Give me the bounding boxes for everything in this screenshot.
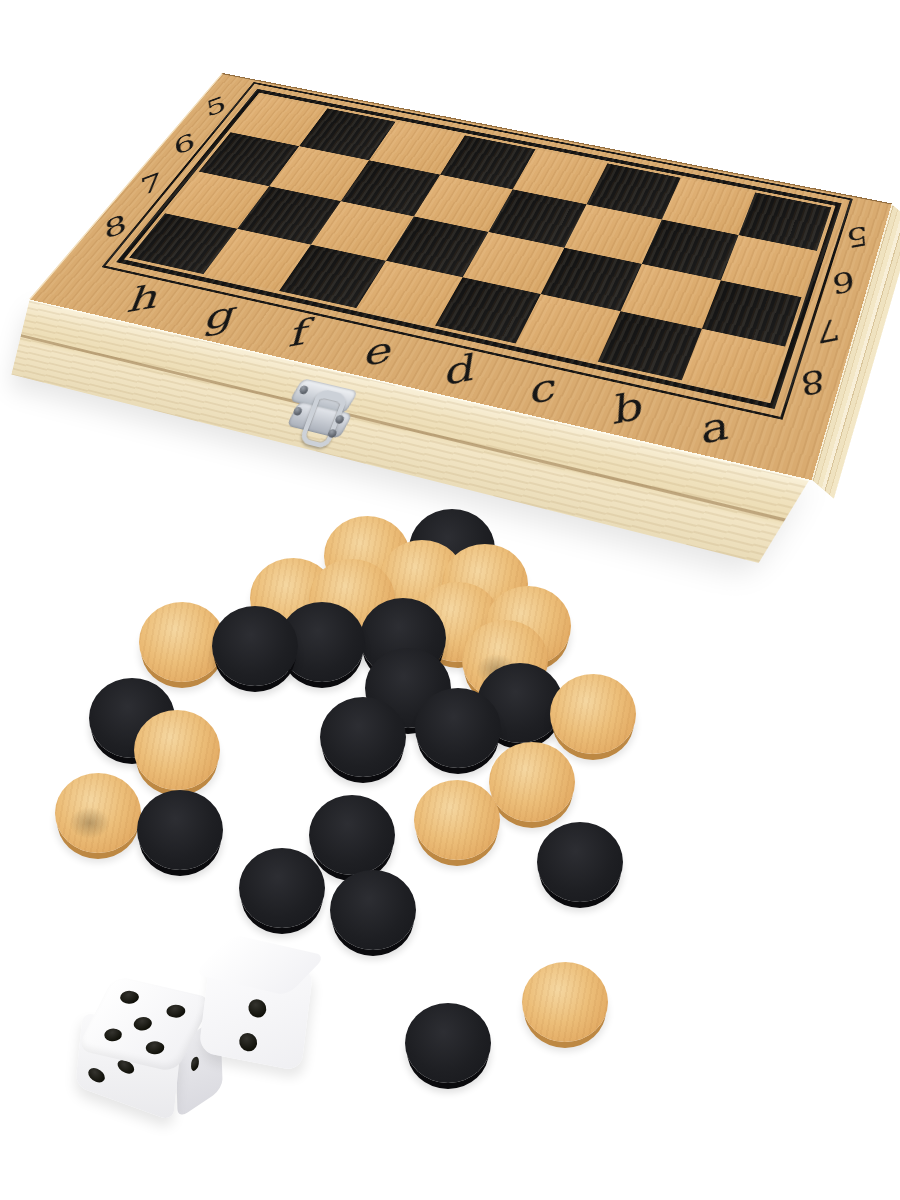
die-pip bbox=[247, 998, 267, 1019]
rank-label-right-6: 6 bbox=[829, 265, 864, 299]
metal-clasp bbox=[277, 377, 365, 449]
file-label-f: f bbox=[286, 312, 305, 354]
die-right bbox=[196, 930, 346, 1080]
rank-label-right-7: 7 bbox=[814, 312, 850, 348]
file-label-e: e bbox=[359, 329, 391, 374]
wood-smudge bbox=[69, 807, 110, 839]
rank-label-right-8: 8 bbox=[798, 362, 835, 401]
die-pip bbox=[101, 1027, 124, 1044]
checker-dark bbox=[239, 848, 325, 928]
checker-light bbox=[134, 710, 220, 790]
die-pip bbox=[164, 1003, 187, 1020]
checker-dark bbox=[320, 697, 406, 777]
checker-dark bbox=[212, 606, 298, 686]
checker-light bbox=[489, 742, 575, 822]
file-label-a: a bbox=[690, 403, 731, 452]
die-pip bbox=[131, 1015, 154, 1032]
file-label-c: c bbox=[522, 366, 557, 413]
product-photo: 56785678hgfedcba bbox=[0, 0, 900, 1200]
checker-light bbox=[522, 962, 608, 1042]
file-label-d: d bbox=[438, 347, 474, 394]
checker-light bbox=[414, 780, 500, 860]
checker-light bbox=[55, 773, 141, 853]
die-pip bbox=[238, 1032, 258, 1053]
die-pip bbox=[143, 1040, 166, 1057]
checker-dark bbox=[309, 795, 395, 875]
checker-light bbox=[550, 674, 636, 754]
die-pip bbox=[118, 989, 141, 1006]
die-pip bbox=[88, 1066, 106, 1085]
file-label-g: g bbox=[202, 294, 232, 338]
file-label-h: h bbox=[125, 277, 157, 320]
rank-label-right-5: 5 bbox=[843, 220, 877, 252]
checker-dark bbox=[415, 688, 501, 768]
checker-dark bbox=[405, 1003, 491, 1083]
checker-dark bbox=[537, 822, 623, 902]
file-label-b: b bbox=[604, 384, 645, 433]
checker-dark bbox=[137, 790, 223, 870]
